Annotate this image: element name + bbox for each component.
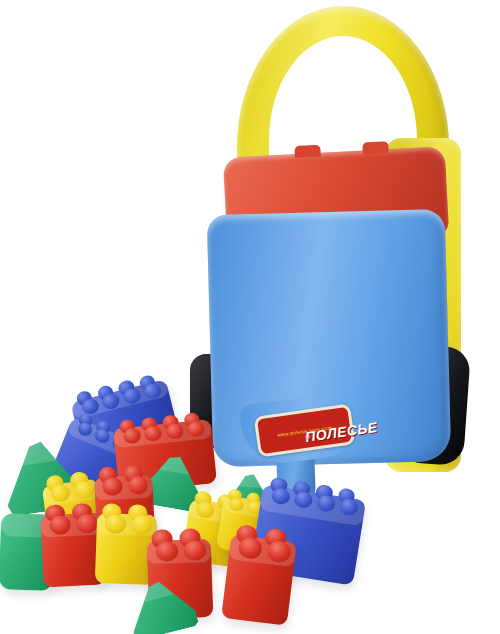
product-photo: ПОЛЕСЬЕ® www.polesie-toys.com xyxy=(0,0,500,634)
brick-stud xyxy=(316,494,336,513)
brick-stud xyxy=(194,491,212,508)
brick-stud xyxy=(140,417,157,433)
brick-stud xyxy=(337,488,356,505)
brick-stud xyxy=(315,484,334,501)
brick-stud xyxy=(122,387,142,406)
brick-stud xyxy=(94,419,111,435)
brick-stud xyxy=(128,504,148,522)
brick-stud xyxy=(102,477,123,496)
brick-blue-brick8-1 xyxy=(49,416,153,508)
brick-stud xyxy=(112,426,129,442)
brick-stud xyxy=(80,397,100,416)
brick-red-brick4-15 xyxy=(221,534,297,625)
brick-stud xyxy=(195,501,215,519)
brick-stud xyxy=(144,425,162,442)
brick-stud xyxy=(74,480,95,500)
brick-stud xyxy=(76,514,98,534)
brick-stud xyxy=(93,427,112,445)
brick-stud xyxy=(247,500,263,515)
brick-stud xyxy=(124,465,143,482)
brick-stud xyxy=(265,528,288,549)
brick-stud xyxy=(339,498,359,517)
brick-stud xyxy=(238,537,263,560)
brick-green-cube-11 xyxy=(0,513,55,591)
brick-stud xyxy=(180,529,201,548)
brick-yellow-brick4-9 xyxy=(216,495,267,555)
brick-stud xyxy=(143,382,163,401)
brick-stud xyxy=(75,389,93,406)
brick-stud xyxy=(129,433,146,449)
brick-stud xyxy=(228,489,243,503)
brick-stud xyxy=(236,524,259,545)
brick-green-wedge-8 xyxy=(223,472,276,519)
brick-blue-brick8-10 xyxy=(250,484,366,585)
brick-stud xyxy=(119,419,136,435)
brick-stud xyxy=(162,414,179,430)
brick-stud xyxy=(128,441,147,459)
brick-stud xyxy=(246,492,261,506)
brick-stud xyxy=(184,540,207,561)
brick-stud xyxy=(45,504,66,523)
brick-yellow-brick4-7 xyxy=(182,499,242,568)
brick-stud xyxy=(105,514,126,533)
brick-stud xyxy=(111,434,130,452)
brick-stud xyxy=(228,497,244,512)
brick-stud xyxy=(123,428,141,445)
brick-stud xyxy=(267,540,292,563)
brick-stud xyxy=(166,423,184,440)
brick-stud xyxy=(138,374,156,391)
brick-stud xyxy=(49,515,71,535)
brick-blue-brick8-0 xyxy=(70,379,179,459)
brick-green-wedge-16 xyxy=(123,575,200,634)
brick-stud xyxy=(69,471,89,489)
brick-stud xyxy=(218,504,238,522)
brick-stud xyxy=(128,476,149,495)
brick-yellow-brick4-5 xyxy=(42,478,107,551)
brick-red-brick4-6 xyxy=(94,475,156,554)
brick-stud xyxy=(72,503,93,522)
brick-stud xyxy=(152,530,173,549)
brick-stud xyxy=(98,467,117,484)
brick-stud xyxy=(76,420,95,438)
brick-stud xyxy=(101,392,121,411)
brick-green-wedge-3 xyxy=(136,451,208,513)
brick-stud xyxy=(117,379,135,396)
brick-stud xyxy=(77,412,94,428)
brick-stud xyxy=(96,384,114,401)
brick-red-brick4-14 xyxy=(147,539,214,619)
brick-red-brick4-12 xyxy=(40,512,106,587)
brick-stud xyxy=(45,474,65,492)
brick-stud xyxy=(131,515,152,534)
brick-stud xyxy=(50,484,71,504)
brick-yellow-brick4-13 xyxy=(95,513,157,585)
brick-stud xyxy=(217,494,235,511)
brick-stud xyxy=(156,541,179,562)
brick-stud xyxy=(102,503,122,521)
brick-green-wedge-4 xyxy=(0,437,83,517)
